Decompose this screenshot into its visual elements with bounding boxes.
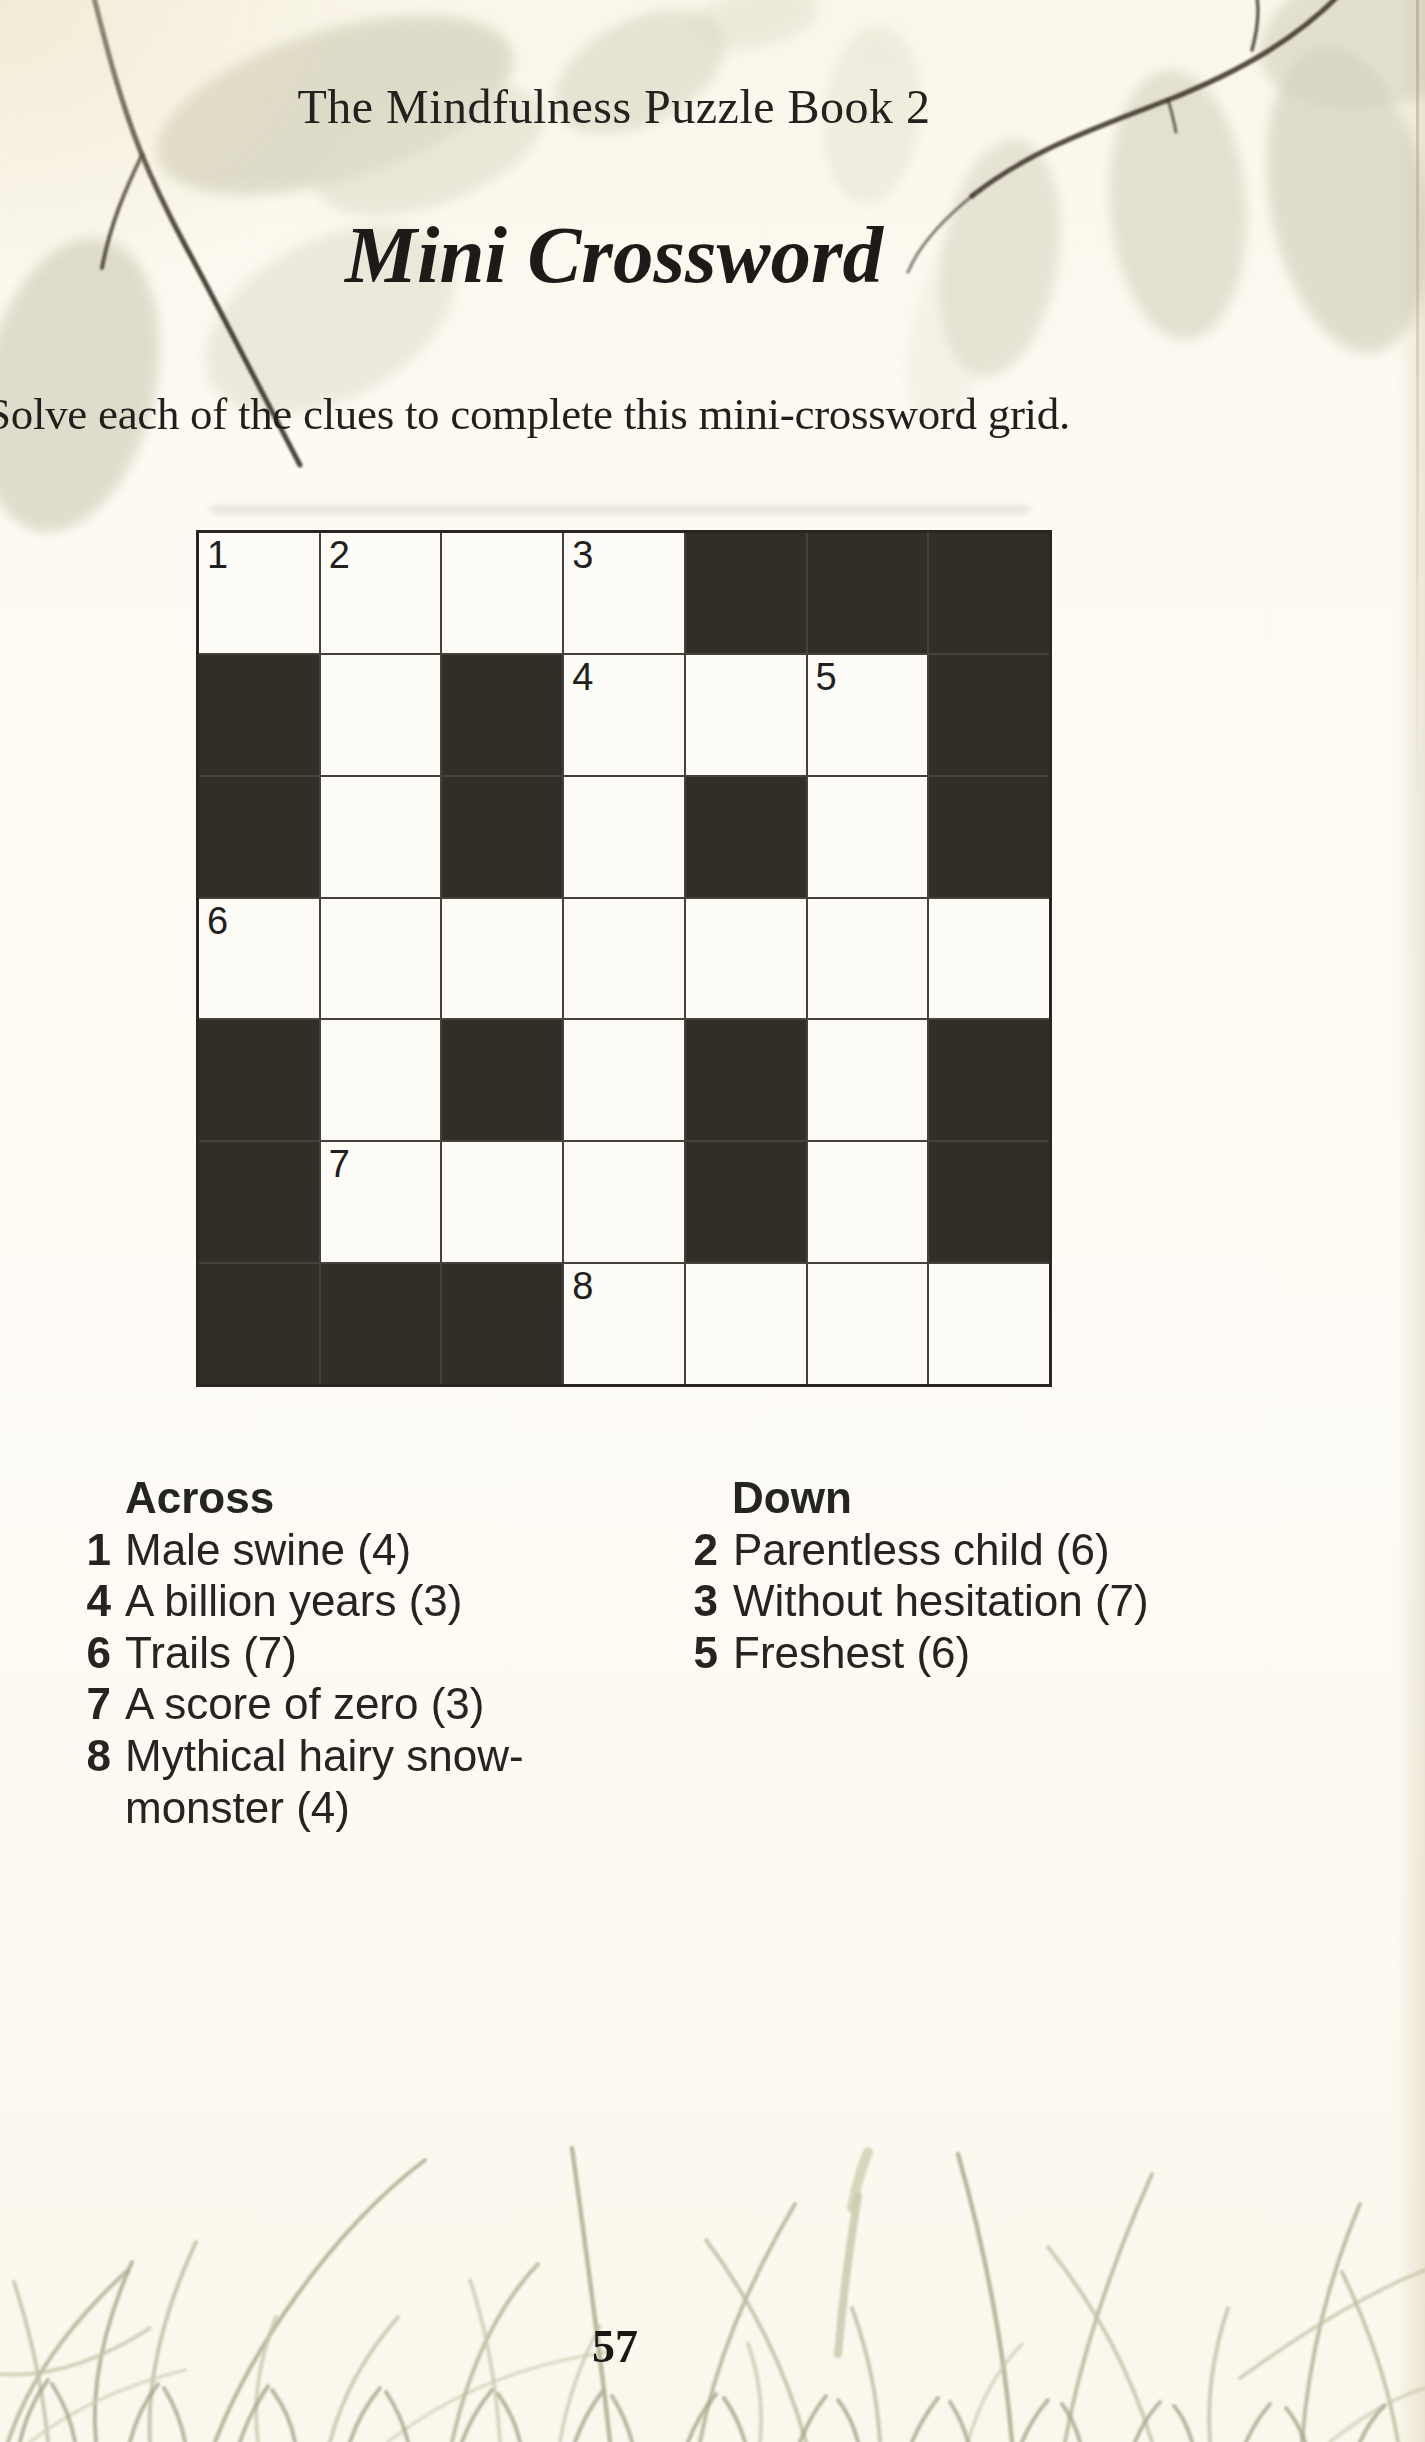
cell-r4c5[interactable] xyxy=(686,899,806,1019)
cell-r4c3[interactable] xyxy=(442,899,562,1019)
down-heading: Down xyxy=(732,1472,1331,1524)
crossword-grid: 12345678 xyxy=(196,530,1052,1387)
cell-r5c2[interactable] xyxy=(321,1020,441,1140)
clue-number: 1 xyxy=(84,1524,111,1576)
cell-r1c3[interactable] xyxy=(442,533,562,653)
cell-r7c7[interactable] xyxy=(929,1264,1049,1384)
cell-r2c7-block xyxy=(929,655,1049,775)
cell-r6c7-block xyxy=(929,1142,1049,1262)
cell-number: 8 xyxy=(572,1267,593,1307)
cell-r7c1-block xyxy=(199,1264,319,1384)
cell-r6c5-block xyxy=(686,1142,806,1262)
cell-r7c2-block xyxy=(321,1264,441,1384)
clue-text: A billion years (3) xyxy=(125,1575,462,1627)
cell-r2c2[interactable] xyxy=(321,655,441,775)
cell-r6c2[interactable]: 7 xyxy=(321,1142,441,1262)
cell-r1c5-block xyxy=(686,533,806,653)
cell-number: 1 xyxy=(207,536,228,576)
cell-r7c6[interactable] xyxy=(808,1264,928,1384)
scanned-page-edge-line xyxy=(1416,0,1419,820)
cell-r3c3-block xyxy=(442,777,562,897)
clue-text: Freshest (6) xyxy=(733,1627,970,1679)
instruction-text: Solve each of the clues to complete this… xyxy=(0,392,1070,437)
clue-across-6: 6Trails (7) xyxy=(84,1627,644,1679)
cell-number: 4 xyxy=(572,658,593,698)
cell-number: 6 xyxy=(207,902,228,942)
clue-across-4: 4A billion years (3) xyxy=(84,1575,644,1627)
cell-number: 5 xyxy=(816,658,837,698)
cell-r1c1[interactable]: 1 xyxy=(199,533,319,653)
clue-down-3: 3Without hesitation (7) xyxy=(691,1575,1331,1627)
page-title: Mini Crossword xyxy=(0,215,1228,296)
down-clues: Down 2Parentless child (6)3Without hesit… xyxy=(691,1472,1331,1678)
clue-text: Male swine (4) xyxy=(125,1524,411,1576)
cell-r1c2[interactable]: 2 xyxy=(321,533,441,653)
cell-r6c1-block xyxy=(199,1142,319,1262)
clue-number: 6 xyxy=(84,1627,111,1679)
cell-r5c7-block xyxy=(929,1020,1049,1140)
cell-r3c7-block xyxy=(929,777,1049,897)
across-clues: Across 1Male swine (4)4A billion years (… xyxy=(84,1472,644,1833)
cell-number: 3 xyxy=(572,536,593,576)
scan-smear xyxy=(210,505,1030,514)
clue-number: 7 xyxy=(84,1678,111,1730)
book-page: { "game": "crossword", "page": { "book_h… xyxy=(0,0,1425,2442)
cell-r5c6[interactable] xyxy=(808,1020,928,1140)
cell-r6c3[interactable] xyxy=(442,1142,562,1262)
cell-r3c2[interactable] xyxy=(321,777,441,897)
cell-r4c6[interactable] xyxy=(808,899,928,1019)
cell-number: 2 xyxy=(329,536,350,576)
cell-r5c3-block xyxy=(442,1020,562,1140)
clue-across-7: 7A score of zero (3) xyxy=(84,1678,644,1730)
cell-r3c1-block xyxy=(199,777,319,897)
clue-text: Mythical hairy snow-monster (4) xyxy=(125,1730,555,1833)
cell-r4c7[interactable] xyxy=(929,899,1049,1019)
clue-number: 8 xyxy=(84,1730,111,1782)
cell-r5c1-block xyxy=(199,1020,319,1140)
cell-r6c4[interactable] xyxy=(564,1142,684,1262)
clue-text: Without hesitation (7) xyxy=(733,1575,1149,1627)
clue-text: Trails (7) xyxy=(125,1627,297,1679)
cell-r4c2[interactable] xyxy=(321,899,441,1019)
cell-r4c4[interactable] xyxy=(564,899,684,1019)
cell-r6c6[interactable] xyxy=(808,1142,928,1262)
cell-r1c7-block xyxy=(929,533,1049,653)
cell-r2c5[interactable] xyxy=(686,655,806,775)
cell-r3c5-block xyxy=(686,777,806,897)
cell-r2c1-block xyxy=(199,655,319,775)
clue-down-5: 5Freshest (6) xyxy=(691,1627,1331,1679)
clue-number: 2 xyxy=(691,1524,718,1576)
cell-number: 7 xyxy=(329,1145,350,1185)
grass-bottom-decoration xyxy=(0,2112,1425,2442)
clue-across-1: 1Male swine (4) xyxy=(84,1524,644,1576)
page-number: 57 xyxy=(565,2324,665,2370)
clue-down-2: 2Parentless child (6) xyxy=(691,1524,1331,1576)
cell-r3c4[interactable] xyxy=(564,777,684,897)
cell-r7c5[interactable] xyxy=(686,1264,806,1384)
clue-text: A score of zero (3) xyxy=(125,1678,484,1730)
cell-r4c1[interactable]: 6 xyxy=(199,899,319,1019)
clue-number: 5 xyxy=(691,1627,718,1679)
cell-r2c4[interactable]: 4 xyxy=(564,655,684,775)
clue-number: 3 xyxy=(691,1575,718,1627)
cell-r5c5-block xyxy=(686,1020,806,1140)
cell-r2c6[interactable]: 5 xyxy=(808,655,928,775)
clue-text: Parentless child (6) xyxy=(733,1524,1110,1576)
cell-r3c6[interactable] xyxy=(808,777,928,897)
cell-r2c3-block xyxy=(442,655,562,775)
across-heading: Across xyxy=(125,1472,644,1524)
cell-r7c3-block xyxy=(442,1264,562,1384)
cell-r1c6-block xyxy=(808,533,928,653)
cell-r7c4[interactable]: 8 xyxy=(564,1264,684,1384)
cell-r1c4[interactable]: 3 xyxy=(564,533,684,653)
clue-number: 4 xyxy=(84,1575,111,1627)
cell-r5c4[interactable] xyxy=(564,1020,684,1140)
book-header: The Mindfulness Puzzle Book 2 xyxy=(0,83,1228,131)
scanned-page-edge xyxy=(1397,0,1425,2442)
clue-across-8: 8Mythical hairy snow-monster (4) xyxy=(84,1730,644,1833)
